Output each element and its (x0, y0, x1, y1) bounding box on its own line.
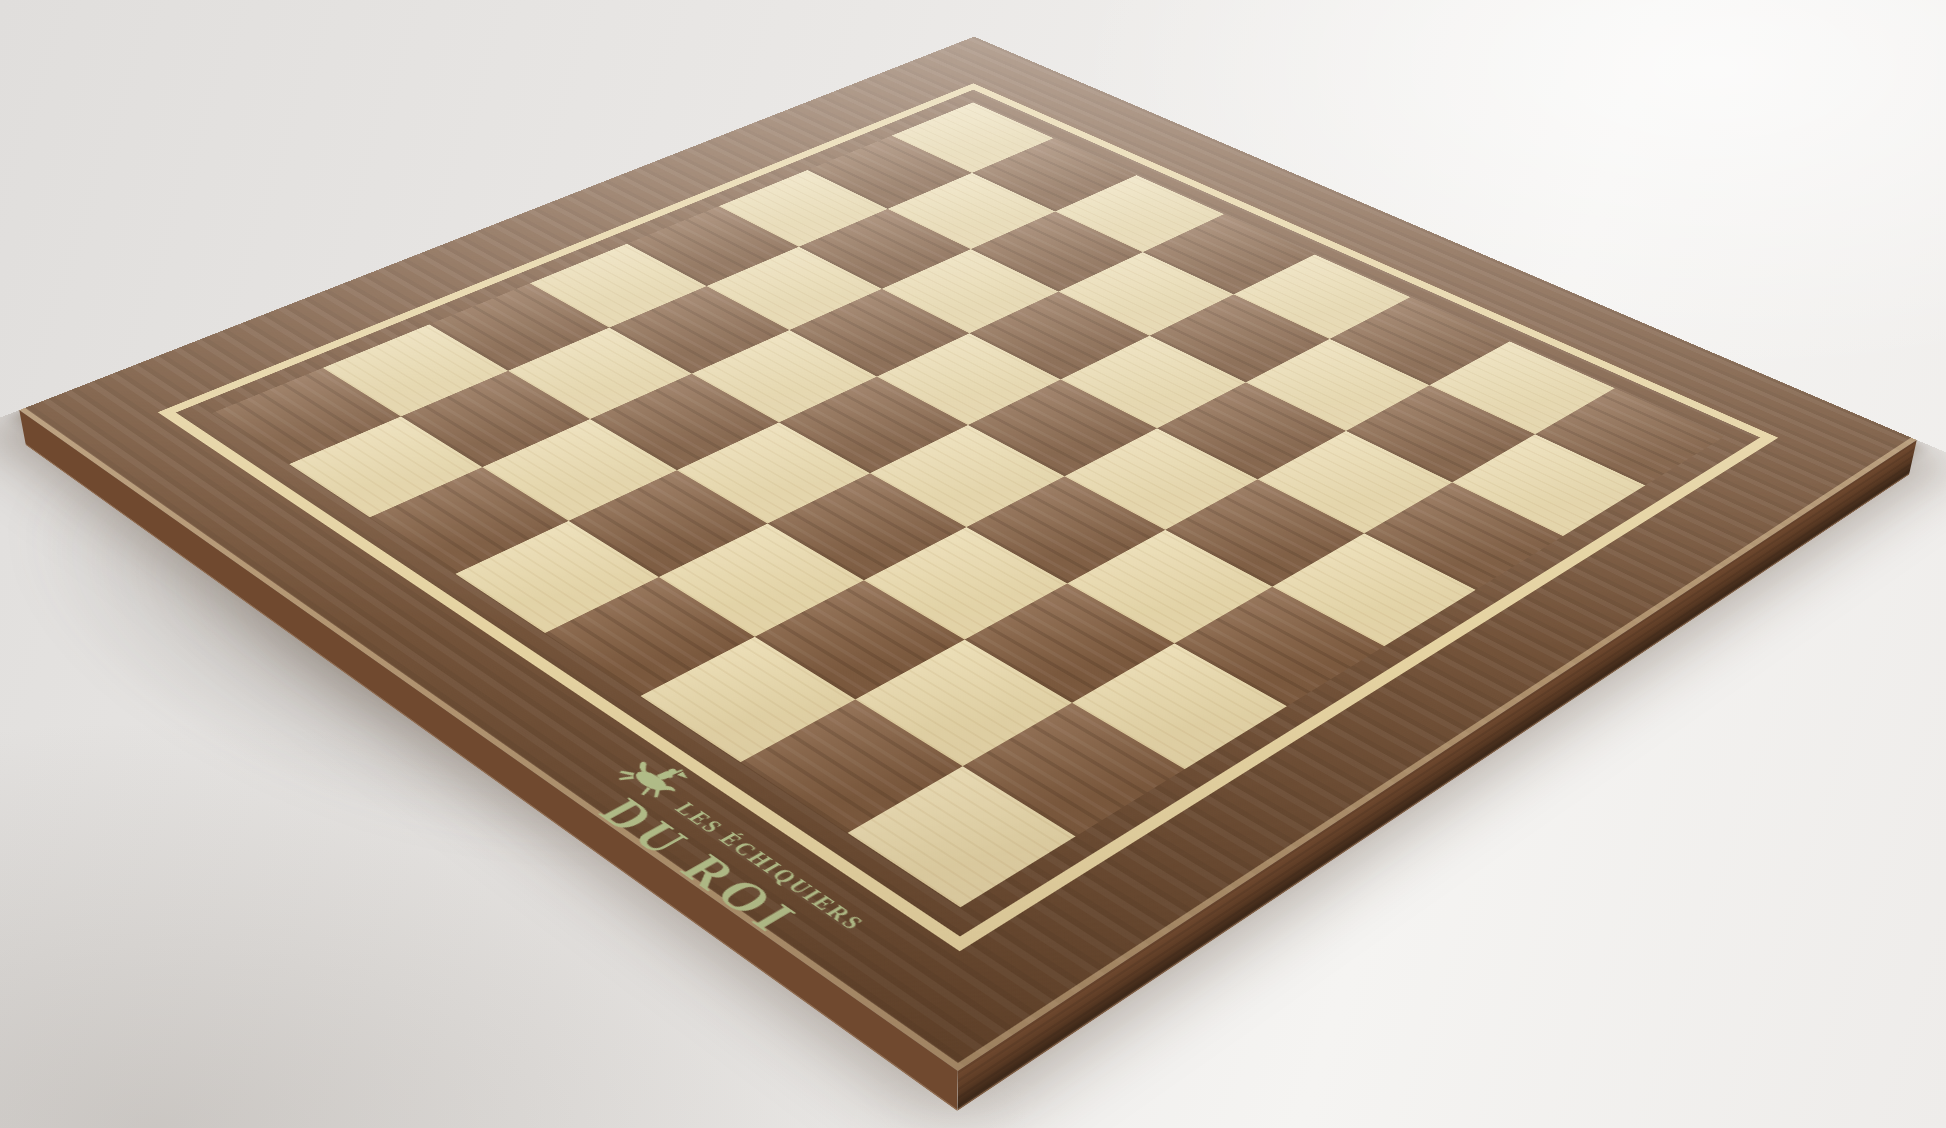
square-d3 (677, 422, 871, 524)
square-e1 (545, 577, 755, 696)
brand-name-line2: DU ROI (560, 773, 843, 965)
square-g5 (1165, 479, 1364, 586)
square-e2 (659, 524, 863, 637)
square-d1 (455, 520, 659, 633)
chess-board: LES ÉCHIQUIERS DU ROI (287, 0, 1649, 1065)
square-g2 (856, 640, 1072, 766)
square-h3 (1072, 643, 1288, 769)
square-h4 (1174, 586, 1384, 705)
knight-rider-silhouette (612, 752, 697, 804)
square-e4 (870, 425, 1064, 527)
square-e3 (768, 473, 967, 580)
studio-background: LES ÉCHIQUIERS DU ROI (0, 0, 1946, 1128)
board-top-face: LES ÉCHIQUIERS DU ROI (19, 37, 1916, 1072)
square-g3 (965, 583, 1175, 702)
square-d2 (569, 470, 768, 577)
square-f2 (755, 580, 965, 699)
playing-field (212, 102, 1724, 907)
square-f5 (1064, 428, 1258, 530)
square-f1 (640, 636, 856, 762)
square-h5 (1272, 533, 1476, 646)
square-f3 (863, 527, 1067, 640)
square-g4 (1068, 530, 1272, 643)
square-g6 (1258, 431, 1452, 533)
board-3d: LES ÉCHIQUIERS DU ROI (19, 37, 1916, 1072)
square-h2 (963, 703, 1185, 837)
square-c2 (483, 419, 677, 520)
square-c1 (370, 467, 569, 574)
square-h7 (1452, 434, 1646, 536)
square-h6 (1364, 482, 1563, 589)
square-f4 (966, 476, 1165, 583)
knight-rider-icon (605, 748, 708, 812)
square-g1 (741, 699, 963, 832)
square-h1 (847, 766, 1076, 908)
square-b1 (289, 416, 483, 517)
